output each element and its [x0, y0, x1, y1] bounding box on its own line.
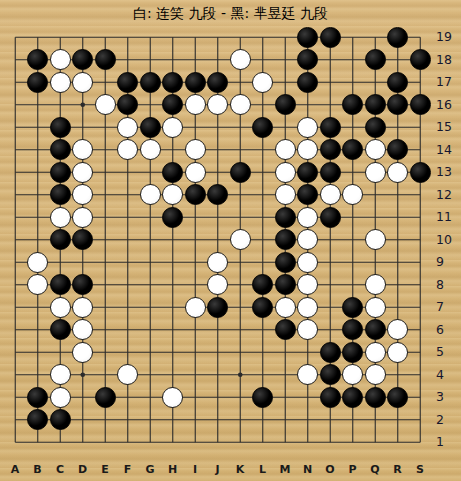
board-point-F19[interactable]	[116, 26, 139, 49]
board-point-S3[interactable]	[409, 386, 432, 409]
board-point-C19[interactable]	[49, 26, 72, 49]
board-point-B3[interactable]	[26, 386, 49, 409]
board-point-L6[interactable]	[251, 318, 274, 341]
board-point-O2[interactable]	[319, 408, 342, 431]
board-point-K11[interactable]	[229, 206, 252, 229]
board-point-H12[interactable]	[161, 183, 184, 206]
board-point-E9[interactable]	[94, 251, 117, 274]
board-point-G2[interactable]	[139, 408, 162, 431]
board-point-J1[interactable]	[206, 431, 229, 454]
board-point-H17[interactable]	[161, 71, 184, 94]
board-point-S1[interactable]	[409, 431, 432, 454]
board-point-R11[interactable]	[386, 206, 409, 229]
board-point-S14[interactable]	[409, 138, 432, 161]
board-point-P3[interactable]	[341, 386, 364, 409]
board-point-K4[interactable]	[229, 363, 252, 386]
board-point-K18[interactable]	[229, 48, 252, 71]
board-point-M14[interactable]	[274, 138, 297, 161]
board-point-L17[interactable]	[251, 71, 274, 94]
board-point-Q5[interactable]	[364, 341, 387, 364]
board-point-G15[interactable]	[139, 116, 162, 139]
board-point-Q9[interactable]	[364, 251, 387, 274]
board-point-S5[interactable]	[409, 341, 432, 364]
board-point-S13[interactable]	[409, 161, 432, 184]
board-point-P6[interactable]	[341, 318, 364, 341]
board-point-H14[interactable]	[161, 138, 184, 161]
board-point-S16[interactable]	[409, 93, 432, 116]
board-point-N1[interactable]	[296, 431, 319, 454]
board-point-C14[interactable]	[49, 138, 72, 161]
board-point-O4[interactable]	[319, 363, 342, 386]
board-point-N9[interactable]	[296, 251, 319, 274]
board-point-B2[interactable]	[26, 408, 49, 431]
board-point-R3[interactable]	[386, 386, 409, 409]
board-point-R5[interactable]	[386, 341, 409, 364]
board-point-J10[interactable]	[206, 228, 229, 251]
board-point-B11[interactable]	[26, 206, 49, 229]
board-point-M3[interactable]	[274, 386, 297, 409]
board-point-K3[interactable]	[229, 386, 252, 409]
board-point-G11[interactable]	[139, 206, 162, 229]
board-point-M15[interactable]	[274, 116, 297, 139]
board-point-Q10[interactable]	[364, 228, 387, 251]
board-point-E13[interactable]	[94, 161, 117, 184]
board-point-C15[interactable]	[49, 116, 72, 139]
board-point-N5[interactable]	[296, 341, 319, 364]
board-point-H4[interactable]	[161, 363, 184, 386]
board-point-F13[interactable]	[116, 161, 139, 184]
board-point-D13[interactable]	[71, 161, 94, 184]
board-point-F9[interactable]	[116, 251, 139, 274]
board-point-B15[interactable]	[26, 116, 49, 139]
board-point-M2[interactable]	[274, 408, 297, 431]
board-point-E12[interactable]	[94, 183, 117, 206]
board-point-A18[interactable]	[4, 48, 27, 71]
board-point-F18[interactable]	[116, 48, 139, 71]
board-point-B7[interactable]	[26, 296, 49, 319]
board-point-C10[interactable]	[49, 228, 72, 251]
board-point-M6[interactable]	[274, 318, 297, 341]
board-point-L13[interactable]	[251, 161, 274, 184]
board-point-M8[interactable]	[274, 273, 297, 296]
board-point-C16[interactable]	[49, 93, 72, 116]
board-point-G6[interactable]	[139, 318, 162, 341]
board-point-K2[interactable]	[229, 408, 252, 431]
board-point-E6[interactable]	[94, 318, 117, 341]
board-point-N3[interactable]	[296, 386, 319, 409]
board-point-I5[interactable]	[184, 341, 207, 364]
board-point-A9[interactable]	[4, 251, 27, 274]
board-point-A2[interactable]	[4, 408, 27, 431]
board-point-H16[interactable]	[161, 93, 184, 116]
board-point-B6[interactable]	[26, 318, 49, 341]
board-point-A16[interactable]	[4, 93, 27, 116]
board-point-R19[interactable]	[386, 26, 409, 49]
board-point-P4[interactable]	[341, 363, 364, 386]
board-point-A4[interactable]	[4, 363, 27, 386]
board-point-J18[interactable]	[206, 48, 229, 71]
board-point-S10[interactable]	[409, 228, 432, 251]
board-point-E4[interactable]	[94, 363, 117, 386]
board-point-D11[interactable]	[71, 206, 94, 229]
board-point-S17[interactable]	[409, 71, 432, 94]
board-point-M12[interactable]	[274, 183, 297, 206]
board-point-I9[interactable]	[184, 251, 207, 274]
board-point-M5[interactable]	[274, 341, 297, 364]
board-point-P16[interactable]	[341, 93, 364, 116]
board-point-N6[interactable]	[296, 318, 319, 341]
board-point-A15[interactable]	[4, 116, 27, 139]
board-point-B18[interactable]	[26, 48, 49, 71]
board-point-D5[interactable]	[71, 341, 94, 364]
board-point-L10[interactable]	[251, 228, 274, 251]
board-point-O5[interactable]	[319, 341, 342, 364]
board-point-H3[interactable]	[161, 386, 184, 409]
board-point-A3[interactable]	[4, 386, 27, 409]
board-point-J15[interactable]	[206, 116, 229, 139]
board-point-G17[interactable]	[139, 71, 162, 94]
board-point-G18[interactable]	[139, 48, 162, 71]
board-point-D9[interactable]	[71, 251, 94, 274]
board-point-C13[interactable]	[49, 161, 72, 184]
board-point-D18[interactable]	[71, 48, 94, 71]
board-point-J19[interactable]	[206, 26, 229, 49]
board-point-P2[interactable]	[341, 408, 364, 431]
board-point-P10[interactable]	[341, 228, 364, 251]
board-point-G13[interactable]	[139, 161, 162, 184]
board-point-H6[interactable]	[161, 318, 184, 341]
board-point-J2[interactable]	[206, 408, 229, 431]
board-point-E10[interactable]	[94, 228, 117, 251]
board-point-R12[interactable]	[386, 183, 409, 206]
board-point-K7[interactable]	[229, 296, 252, 319]
board-point-L15[interactable]	[251, 116, 274, 139]
board-point-N13[interactable]	[296, 161, 319, 184]
board-point-H2[interactable]	[161, 408, 184, 431]
board-point-G19[interactable]	[139, 26, 162, 49]
board-point-C5[interactable]	[49, 341, 72, 364]
board-point-G7[interactable]	[139, 296, 162, 319]
board-point-R7[interactable]	[386, 296, 409, 319]
board-point-S7[interactable]	[409, 296, 432, 319]
board-point-B12[interactable]	[26, 183, 49, 206]
board-point-J13[interactable]	[206, 161, 229, 184]
board-point-R15[interactable]	[386, 116, 409, 139]
board-point-M18[interactable]	[274, 48, 297, 71]
board-point-P9[interactable]	[341, 251, 364, 274]
board-point-N15[interactable]	[296, 116, 319, 139]
board-point-Q4[interactable]	[364, 363, 387, 386]
board-point-F10[interactable]	[116, 228, 139, 251]
board-point-I14[interactable]	[184, 138, 207, 161]
board-point-H10[interactable]	[161, 228, 184, 251]
board-point-K17[interactable]	[229, 71, 252, 94]
board-point-L8[interactable]	[251, 273, 274, 296]
board-point-Q6[interactable]	[364, 318, 387, 341]
board-point-I13[interactable]	[184, 161, 207, 184]
board-point-K8[interactable]	[229, 273, 252, 296]
board-point-I11[interactable]	[184, 206, 207, 229]
board-point-L4[interactable]	[251, 363, 274, 386]
board-point-J3[interactable]	[206, 386, 229, 409]
board-point-R14[interactable]	[386, 138, 409, 161]
board-point-C1[interactable]	[49, 431, 72, 454]
board-point-I2[interactable]	[184, 408, 207, 431]
board-point-L1[interactable]	[251, 431, 274, 454]
board-point-I6[interactable]	[184, 318, 207, 341]
board-point-Q7[interactable]	[364, 296, 387, 319]
board-point-D14[interactable]	[71, 138, 94, 161]
board-point-Q12[interactable]	[364, 183, 387, 206]
board-point-P1[interactable]	[341, 431, 364, 454]
board-point-M4[interactable]	[274, 363, 297, 386]
board-point-E1[interactable]	[94, 431, 117, 454]
board-point-M19[interactable]	[274, 26, 297, 49]
board-point-D1[interactable]	[71, 431, 94, 454]
board-point-O12[interactable]	[319, 183, 342, 206]
board-point-Q1[interactable]	[364, 431, 387, 454]
board-point-K10[interactable]	[229, 228, 252, 251]
board-point-L19[interactable]	[251, 26, 274, 49]
board-point-C7[interactable]	[49, 296, 72, 319]
board-point-P8[interactable]	[341, 273, 364, 296]
board-point-B8[interactable]	[26, 273, 49, 296]
board-point-I3[interactable]	[184, 386, 207, 409]
board-point-M11[interactable]	[274, 206, 297, 229]
board-point-A1[interactable]	[4, 431, 27, 454]
board-point-B17[interactable]	[26, 71, 49, 94]
board-point-N11[interactable]	[296, 206, 319, 229]
board-point-O16[interactable]	[319, 93, 342, 116]
board-point-R17[interactable]	[386, 71, 409, 94]
board-point-D3[interactable]	[71, 386, 94, 409]
board-point-B13[interactable]	[26, 161, 49, 184]
board-point-F3[interactable]	[116, 386, 139, 409]
board-point-F16[interactable]	[116, 93, 139, 116]
board-point-B19[interactable]	[26, 26, 49, 49]
board-point-M16[interactable]	[274, 93, 297, 116]
board-point-R2[interactable]	[386, 408, 409, 431]
board-point-K12[interactable]	[229, 183, 252, 206]
board-point-F6[interactable]	[116, 318, 139, 341]
board-point-L2[interactable]	[251, 408, 274, 431]
board-point-J6[interactable]	[206, 318, 229, 341]
board-point-G3[interactable]	[139, 386, 162, 409]
board-point-O19[interactable]	[319, 26, 342, 49]
board-point-Q14[interactable]	[364, 138, 387, 161]
board-point-D4[interactable]	[71, 363, 94, 386]
board-point-D2[interactable]	[71, 408, 94, 431]
board-point-A14[interactable]	[4, 138, 27, 161]
board-point-C8[interactable]	[49, 273, 72, 296]
board-point-N12[interactable]	[296, 183, 319, 206]
board-point-I7[interactable]	[184, 296, 207, 319]
board-point-F1[interactable]	[116, 431, 139, 454]
board-point-O13[interactable]	[319, 161, 342, 184]
board-point-D10[interactable]	[71, 228, 94, 251]
board-point-K14[interactable]	[229, 138, 252, 161]
board-point-I17[interactable]	[184, 71, 207, 94]
board-point-A19[interactable]	[4, 26, 27, 49]
board-point-K6[interactable]	[229, 318, 252, 341]
board-point-C11[interactable]	[49, 206, 72, 229]
board-point-Q11[interactable]	[364, 206, 387, 229]
board-point-I19[interactable]	[184, 26, 207, 49]
board-point-J14[interactable]	[206, 138, 229, 161]
board-point-D15[interactable]	[71, 116, 94, 139]
board-point-R1[interactable]	[386, 431, 409, 454]
board-point-A11[interactable]	[4, 206, 27, 229]
board-point-I10[interactable]	[184, 228, 207, 251]
board-point-S18[interactable]	[409, 48, 432, 71]
board-point-C12[interactable]	[49, 183, 72, 206]
board-point-N2[interactable]	[296, 408, 319, 431]
board-point-O11[interactable]	[319, 206, 342, 229]
board-point-K5[interactable]	[229, 341, 252, 364]
board-point-K13[interactable]	[229, 161, 252, 184]
board-point-A17[interactable]	[4, 71, 27, 94]
board-point-C9[interactable]	[49, 251, 72, 274]
board-point-P18[interactable]	[341, 48, 364, 71]
board-point-A13[interactable]	[4, 161, 27, 184]
board-point-B9[interactable]	[26, 251, 49, 274]
board-point-P19[interactable]	[341, 26, 364, 49]
board-point-G14[interactable]	[139, 138, 162, 161]
board-point-R10[interactable]	[386, 228, 409, 251]
board-point-C4[interactable]	[49, 363, 72, 386]
board-point-O6[interactable]	[319, 318, 342, 341]
board-point-H19[interactable]	[161, 26, 184, 49]
board-point-H13[interactable]	[161, 161, 184, 184]
board-point-O9[interactable]	[319, 251, 342, 274]
board-point-G16[interactable]	[139, 93, 162, 116]
board-point-N10[interactable]	[296, 228, 319, 251]
board-point-A7[interactable]	[4, 296, 27, 319]
board-point-S8[interactable]	[409, 273, 432, 296]
board-point-L7[interactable]	[251, 296, 274, 319]
board-point-O17[interactable]	[319, 71, 342, 94]
board-point-R18[interactable]	[386, 48, 409, 71]
board-point-H5[interactable]	[161, 341, 184, 364]
board-point-P15[interactable]	[341, 116, 364, 139]
board-point-K19[interactable]	[229, 26, 252, 49]
board-point-I8[interactable]	[184, 273, 207, 296]
board-point-M13[interactable]	[274, 161, 297, 184]
board-point-S11[interactable]	[409, 206, 432, 229]
board-point-P11[interactable]	[341, 206, 364, 229]
board-point-K9[interactable]	[229, 251, 252, 274]
board-point-B10[interactable]	[26, 228, 49, 251]
board-point-G9[interactable]	[139, 251, 162, 274]
board-point-J5[interactable]	[206, 341, 229, 364]
board-point-L14[interactable]	[251, 138, 274, 161]
board-point-F7[interactable]	[116, 296, 139, 319]
board-point-D16[interactable]	[71, 93, 94, 116]
board-point-C6[interactable]	[49, 318, 72, 341]
board-point-G5[interactable]	[139, 341, 162, 364]
board-point-O15[interactable]	[319, 116, 342, 139]
board-point-C18[interactable]	[49, 48, 72, 71]
board-point-H18[interactable]	[161, 48, 184, 71]
board-point-J7[interactable]	[206, 296, 229, 319]
board-point-E2[interactable]	[94, 408, 117, 431]
board-point-D6[interactable]	[71, 318, 94, 341]
board-point-F5[interactable]	[116, 341, 139, 364]
board-point-L3[interactable]	[251, 386, 274, 409]
board-point-I4[interactable]	[184, 363, 207, 386]
board-point-I12[interactable]	[184, 183, 207, 206]
board-point-D19[interactable]	[71, 26, 94, 49]
board-point-Q2[interactable]	[364, 408, 387, 431]
board-point-C17[interactable]	[49, 71, 72, 94]
board-point-B4[interactable]	[26, 363, 49, 386]
board-point-P12[interactable]	[341, 183, 364, 206]
board-point-O14[interactable]	[319, 138, 342, 161]
board-point-H7[interactable]	[161, 296, 184, 319]
board-point-L18[interactable]	[251, 48, 274, 71]
board-point-R16[interactable]	[386, 93, 409, 116]
board-point-N16[interactable]	[296, 93, 319, 116]
board-point-P17[interactable]	[341, 71, 364, 94]
board-point-E17[interactable]	[94, 71, 117, 94]
board-point-Q13[interactable]	[364, 161, 387, 184]
board-point-M1[interactable]	[274, 431, 297, 454]
board-point-S15[interactable]	[409, 116, 432, 139]
board-point-G10[interactable]	[139, 228, 162, 251]
board-point-S6[interactable]	[409, 318, 432, 341]
board-point-H9[interactable]	[161, 251, 184, 274]
board-point-P14[interactable]	[341, 138, 364, 161]
board-point-P13[interactable]	[341, 161, 364, 184]
board-point-H11[interactable]	[161, 206, 184, 229]
board-point-R9[interactable]	[386, 251, 409, 274]
board-point-L9[interactable]	[251, 251, 274, 274]
board-point-J17[interactable]	[206, 71, 229, 94]
board-point-P5[interactable]	[341, 341, 364, 364]
board-point-R4[interactable]	[386, 363, 409, 386]
board-point-I1[interactable]	[184, 431, 207, 454]
board-point-B16[interactable]	[26, 93, 49, 116]
board-point-R13[interactable]	[386, 161, 409, 184]
board-point-L5[interactable]	[251, 341, 274, 364]
board-point-L16[interactable]	[251, 93, 274, 116]
board-point-O3[interactable]	[319, 386, 342, 409]
board-point-S12[interactable]	[409, 183, 432, 206]
board-point-F17[interactable]	[116, 71, 139, 94]
board-point-C3[interactable]	[49, 386, 72, 409]
board-point-J9[interactable]	[206, 251, 229, 274]
board-point-P7[interactable]	[341, 296, 364, 319]
board-point-B14[interactable]	[26, 138, 49, 161]
board-point-D7[interactable]	[71, 296, 94, 319]
board-point-H15[interactable]	[161, 116, 184, 139]
board-point-E11[interactable]	[94, 206, 117, 229]
board-point-F12[interactable]	[116, 183, 139, 206]
board-point-G4[interactable]	[139, 363, 162, 386]
board-point-S9[interactable]	[409, 251, 432, 274]
board-point-Q18[interactable]	[364, 48, 387, 71]
board-point-J4[interactable]	[206, 363, 229, 386]
board-point-E3[interactable]	[94, 386, 117, 409]
board-point-S4[interactable]	[409, 363, 432, 386]
board-point-S2[interactable]	[409, 408, 432, 431]
board-point-E19[interactable]	[94, 26, 117, 49]
board-point-H8[interactable]	[161, 273, 184, 296]
board-point-A10[interactable]	[4, 228, 27, 251]
board-point-O8[interactable]	[319, 273, 342, 296]
board-point-B5[interactable]	[26, 341, 49, 364]
board-point-C2[interactable]	[49, 408, 72, 431]
